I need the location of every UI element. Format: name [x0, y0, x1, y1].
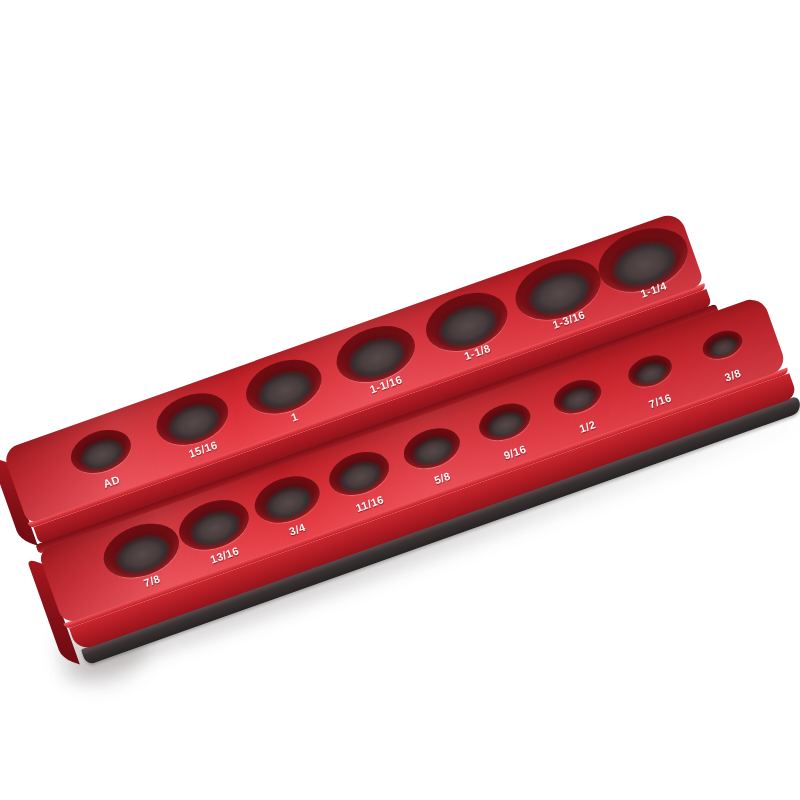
socket-tray: AD15/1611-1/161-1/81-3/161-1/4 7/813/163…	[0, 125, 800, 735]
socket-hole-9/16	[474, 397, 535, 447]
socket-size-label: 1	[289, 410, 299, 423]
socket-size-label: 5/8	[433, 470, 453, 487]
socket-hole-1	[239, 350, 329, 423]
socket-hole-15/16	[149, 384, 235, 454]
socket-size-label: 3/8	[723, 367, 743, 384]
socket-size-label: AD	[102, 473, 122, 490]
socket-size-label: 1/2	[578, 418, 598, 435]
socket-size-label: 11/16	[354, 493, 385, 514]
socket-hole-5/8	[398, 421, 465, 475]
socket-size-label: 7/16	[647, 391, 673, 410]
socket-hole-1/2	[549, 374, 606, 420]
photo-background: AD15/1611-1/161-1/81-3/161-1/4 7/813/163…	[0, 0, 800, 800]
socket-hole-AD	[65, 422, 137, 480]
socket-hole-7/8	[96, 514, 186, 587]
socket-hole-7/16	[623, 349, 675, 391]
socket-hole-11/16	[323, 444, 395, 502]
socket-size-label: 3/4	[287, 521, 307, 538]
socket-hole-13/16	[172, 491, 255, 558]
socket-hole-3/8	[698, 326, 745, 364]
socket-size-label: 9/16	[502, 443, 528, 462]
socket-hole-3/4	[248, 468, 326, 531]
